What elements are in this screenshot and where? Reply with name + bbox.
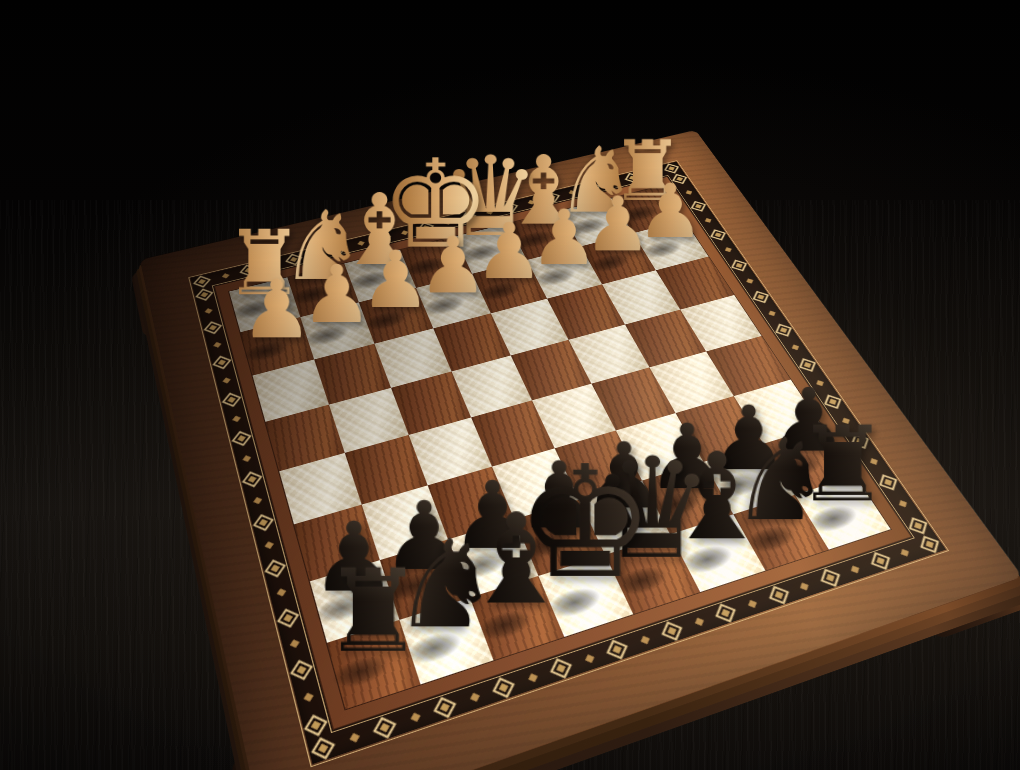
- chess-board: ♜♞♝♛♚♝♞♜♟♟♟♟♟♟♟♟♟♟♟♟♟♟♟♟♜♞♝♛♚♝♞♜: [140, 130, 1020, 770]
- diamond-inlay-small: [725, 248, 732, 253]
- diamond-inlay: [716, 603, 737, 622]
- diamond-inlay: [311, 737, 335, 759]
- diamond-inlay: [253, 514, 274, 531]
- diamond-inlay: [242, 471, 263, 487]
- diamond-inlay: [222, 392, 242, 406]
- diamond-inlay: [212, 356, 231, 370]
- diamond-inlay-small: [800, 583, 809, 591]
- diamond-inlay-small: [410, 713, 420, 722]
- diamond-inlay: [433, 697, 456, 718]
- diamond-inlay-small: [265, 542, 274, 549]
- diamond-inlay-small: [746, 278, 753, 283]
- diamond-inlay: [607, 639, 629, 659]
- photo-stage: ♜♞♝♛♚♝♞♜♟♟♟♟♟♟♟♟♟♟♟♟♟♟♟♟♜♞♝♛♚♝♞♜: [0, 0, 1020, 770]
- diamond-inlay-small: [242, 455, 251, 462]
- diamond-inlay: [920, 536, 939, 553]
- diamond-inlay: [820, 569, 840, 587]
- diamond-inlay: [550, 658, 572, 678]
- diamond-inlay-small: [253, 497, 262, 504]
- diamond-inlay-small: [640, 636, 649, 644]
- diamond-inlay: [662, 621, 683, 640]
- diamond-inlay-small: [303, 692, 313, 701]
- diamond-inlay-small: [223, 378, 231, 384]
- black-rook-glyph: ♜: [290, 555, 456, 669]
- piece-black-rook-h8[interactable]: ♜: [290, 472, 456, 662]
- diamond-inlay-small: [851, 566, 859, 574]
- diamond-inlay: [304, 714, 328, 736]
- diamond-inlay: [731, 259, 747, 271]
- scene-3d: ♜♞♝♛♚♝♞♜♟♟♟♟♟♟♟♟♟♟♟♟♟♟♟♟♜♞♝♛♚♝♞♜: [0, 0, 1020, 770]
- diamond-inlay-small: [695, 618, 704, 626]
- diamond-inlay-small: [349, 733, 359, 742]
- diamond-inlay-small: [585, 654, 594, 663]
- diamond-inlay: [909, 517, 928, 534]
- diamond-inlay: [768, 586, 788, 605]
- piece-white-pawn-h2[interactable]: ♟: [209, 191, 344, 345]
- diamond-inlay-small: [528, 673, 538, 682]
- diamond-inlay-small: [748, 600, 757, 608]
- diamond-inlay: [231, 431, 251, 446]
- diamond-inlay: [373, 717, 397, 739]
- diamond-inlay: [493, 677, 516, 698]
- diamond-inlay-small: [901, 549, 909, 557]
- white-pawn-glyph: ♟: [209, 269, 344, 350]
- diamond-inlay-small: [470, 693, 480, 702]
- diamond-inlay: [871, 552, 890, 570]
- diamond-inlay-small: [232, 415, 241, 421]
